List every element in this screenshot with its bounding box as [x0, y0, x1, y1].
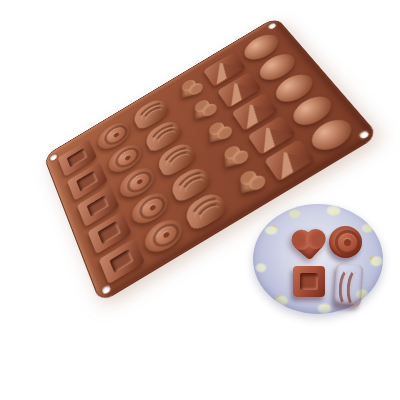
chocolate-swirl [329, 226, 362, 258]
corner-hole-icon [358, 130, 370, 140]
corner-hole-icon [101, 284, 111, 295]
product-photo [0, 0, 400, 400]
corner-hole-icon [267, 22, 277, 30]
corner-hole-icon [49, 153, 57, 161]
chocolate-square [293, 266, 325, 297]
inset-photo-floral-plate [253, 204, 383, 314]
chocolate-shell [334, 263, 364, 307]
chocolate-heart [289, 230, 329, 266]
chocolate-heart-body [295, 232, 323, 260]
